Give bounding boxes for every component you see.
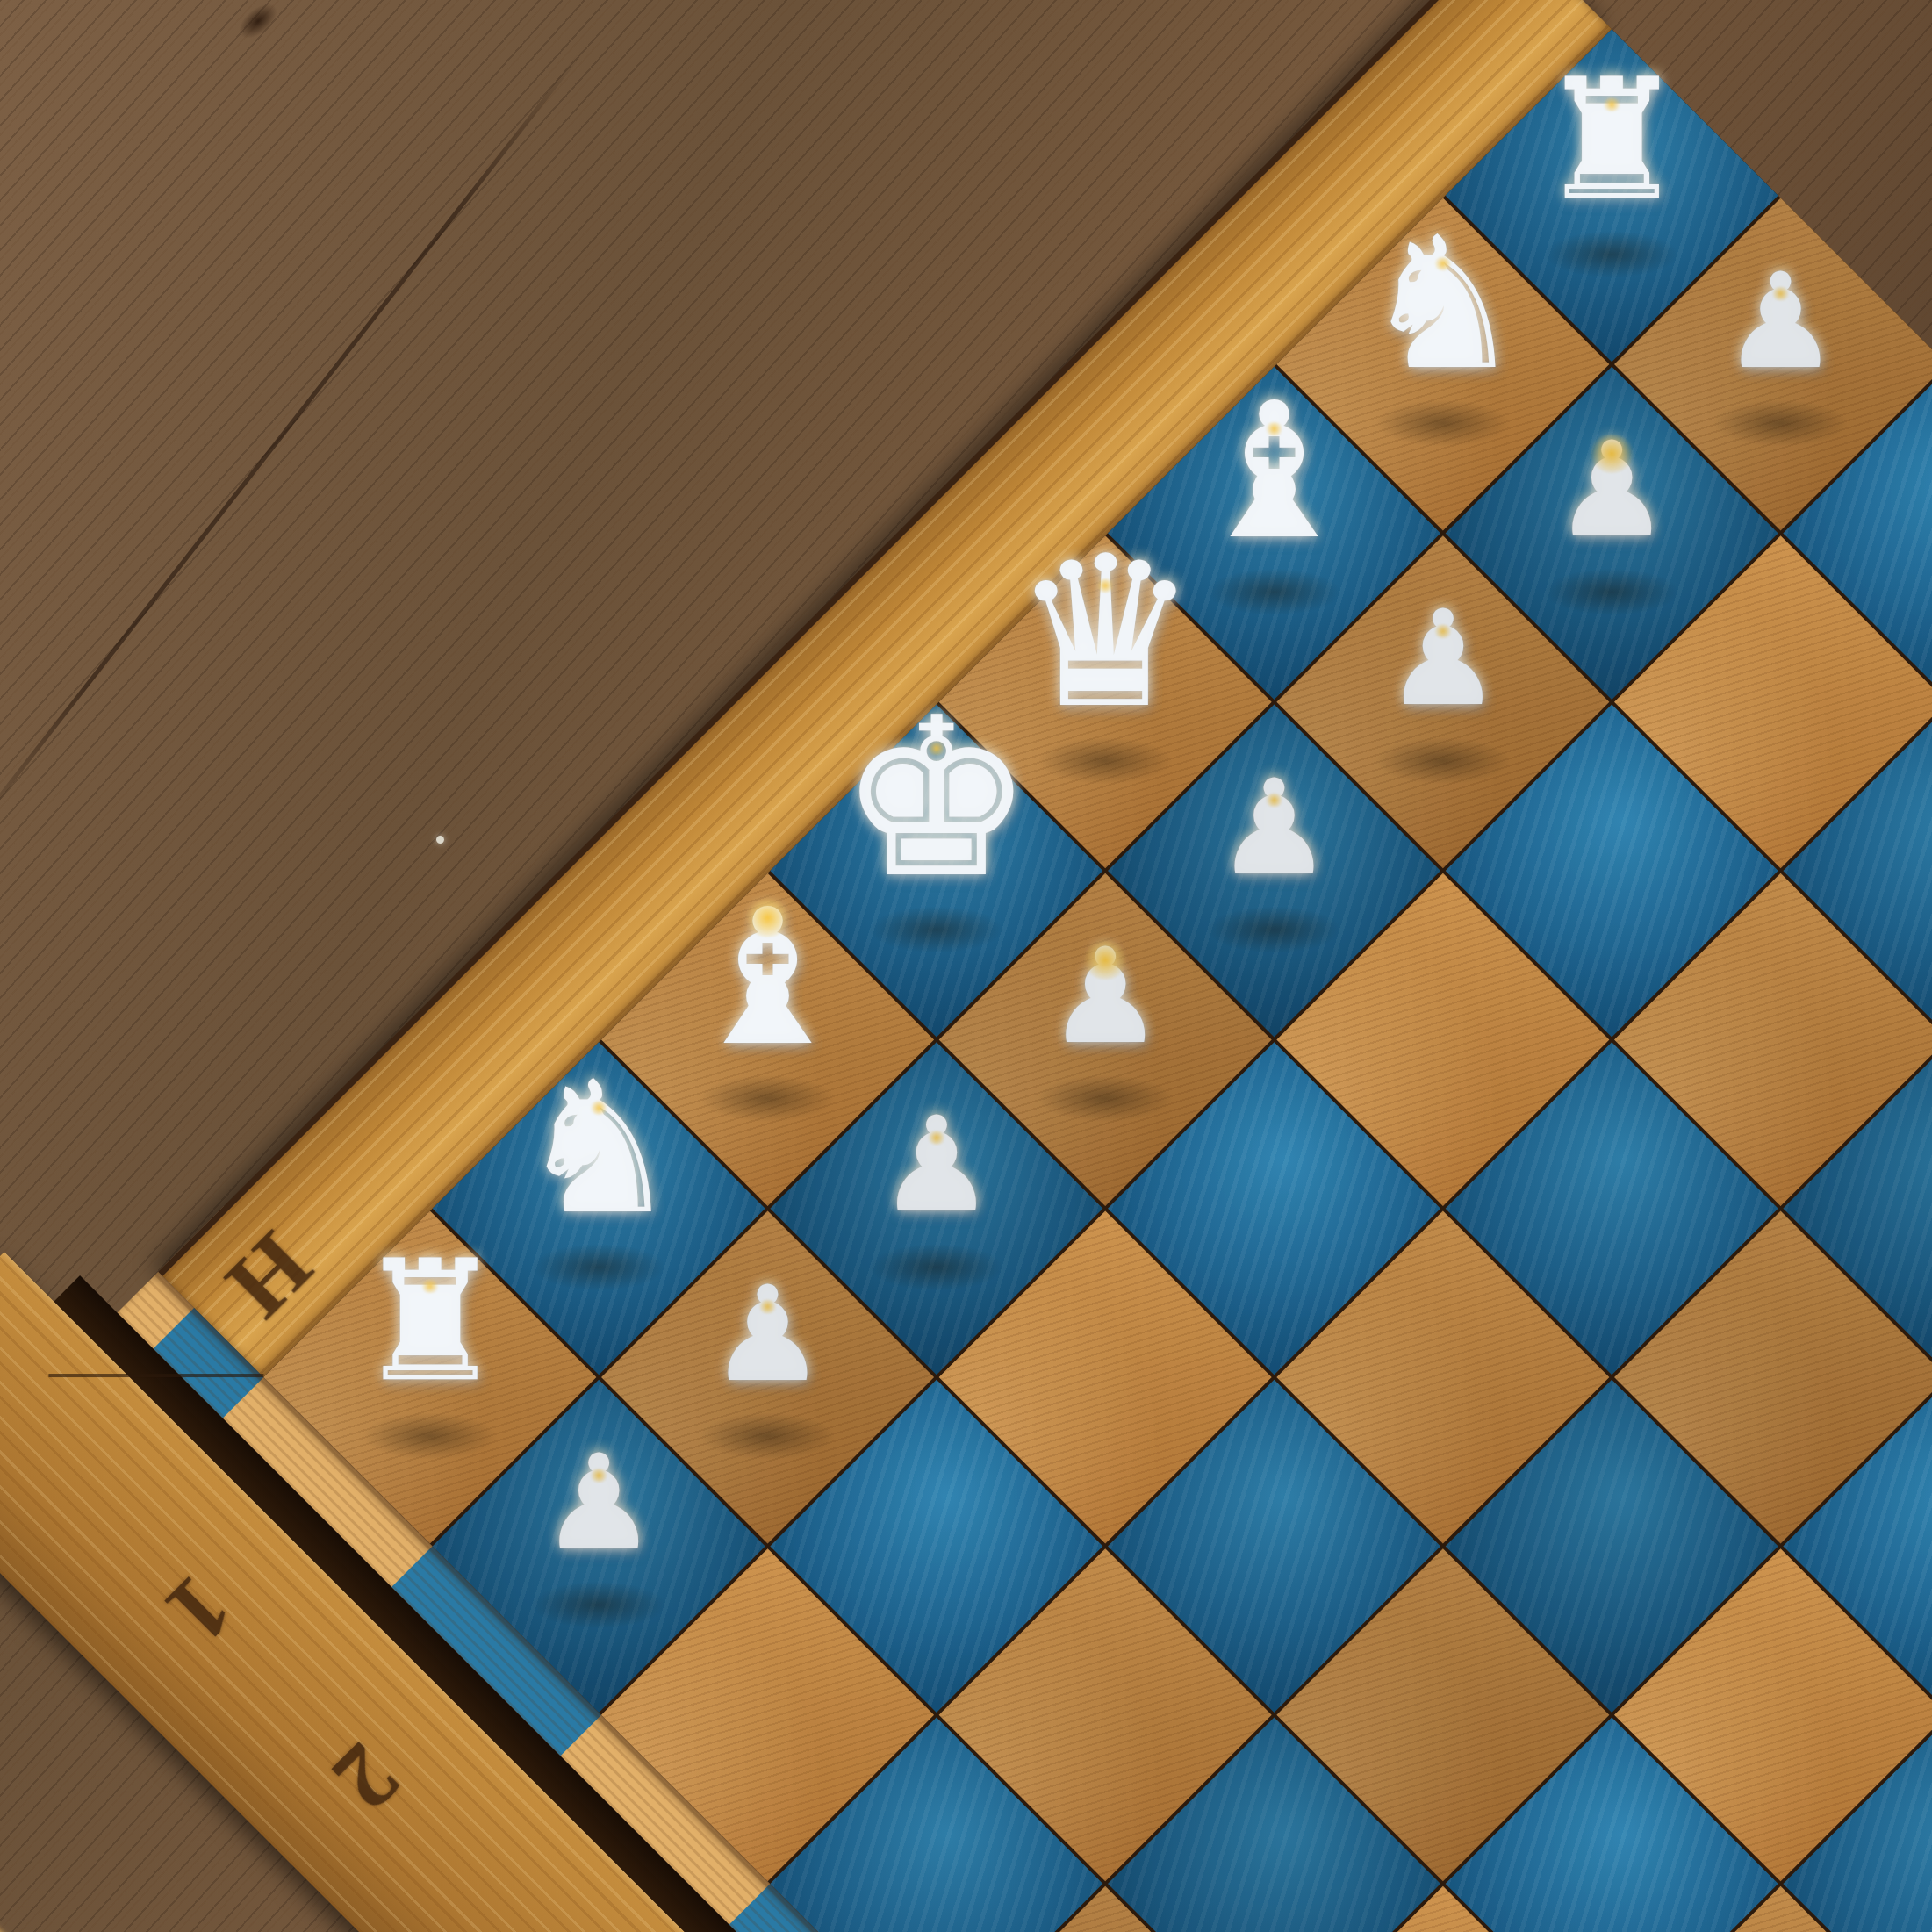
piece-white-pawn-g2[interactable]: ♟	[708, 1268, 826, 1400]
piece-white-king-e1[interactable]: ♚	[838, 689, 1035, 909]
rank-label-1: 1	[106, 1516, 292, 1702]
piece-anchor-h1: ♜	[312, 1260, 548, 1495]
piece-white-knight-b1[interactable]: ♞	[1361, 212, 1525, 395]
piece-anchor-b1: ♞	[1325, 247, 1561, 482]
piece-white-bishop-f1[interactable]: ♝	[684, 884, 852, 1072]
piece-anchor-g2: ♟	[650, 1260, 886, 1495]
piece-white-pawn-h2[interactable]: ♟	[540, 1437, 657, 1569]
piece-anchor-e2: ♟	[988, 922, 1223, 1157]
wood-knot	[233, 0, 284, 45]
piece-anchor-b2: ♟	[1494, 415, 1729, 650]
table-plank-seam	[0, 49, 585, 847]
piece-anchor-a1: ♜	[1494, 78, 1729, 313]
piece-anchor-h2: ♟	[481, 1428, 716, 1663]
piece-white-rook-a1[interactable]: ♜	[1537, 57, 1686, 224]
photo-canvas: H 1 2 ♜♟♞♟♝♟♛♟♚♟♝♟♞♟♜♟	[0, 0, 1932, 1932]
piece-white-queen-d1[interactable]: ♛	[1012, 528, 1199, 737]
piece-white-pawn-e2[interactable]: ♟	[1046, 930, 1164, 1062]
dust-speck	[436, 836, 444, 844]
piece-white-pawn-a2[interactable]: ♟	[1721, 255, 1839, 387]
piece-anchor-d2: ♟	[1157, 753, 1392, 988]
piece-white-pawn-b2[interactable]: ♟	[1553, 424, 1670, 556]
piece-white-pawn-f2[interactable]: ♟	[878, 1099, 995, 1231]
piece-white-knight-g1[interactable]: ♞	[517, 1057, 680, 1239]
piece-anchor-a2: ♟	[1663, 247, 1899, 482]
piece-white-bishop-c1[interactable]: ♝	[1190, 377, 1359, 565]
piece-anchor-e1: ♚	[819, 753, 1054, 988]
piece-anchor-f2: ♟	[819, 1091, 1054, 1326]
piece-anchor-c2: ♟	[1325, 585, 1561, 820]
rank-label-2: 2	[274, 1684, 460, 1870]
rail-mitre-seam	[48, 1374, 263, 1377]
piece-white-rook-h1[interactable]: ♜	[356, 1239, 505, 1405]
piece-white-pawn-d2[interactable]: ♟	[1215, 762, 1332, 894]
piece-anchor-f1: ♝	[650, 922, 886, 1157]
piece-anchor-g1: ♞	[481, 1091, 716, 1326]
piece-white-pawn-c2[interactable]: ♟	[1384, 593, 1502, 724]
